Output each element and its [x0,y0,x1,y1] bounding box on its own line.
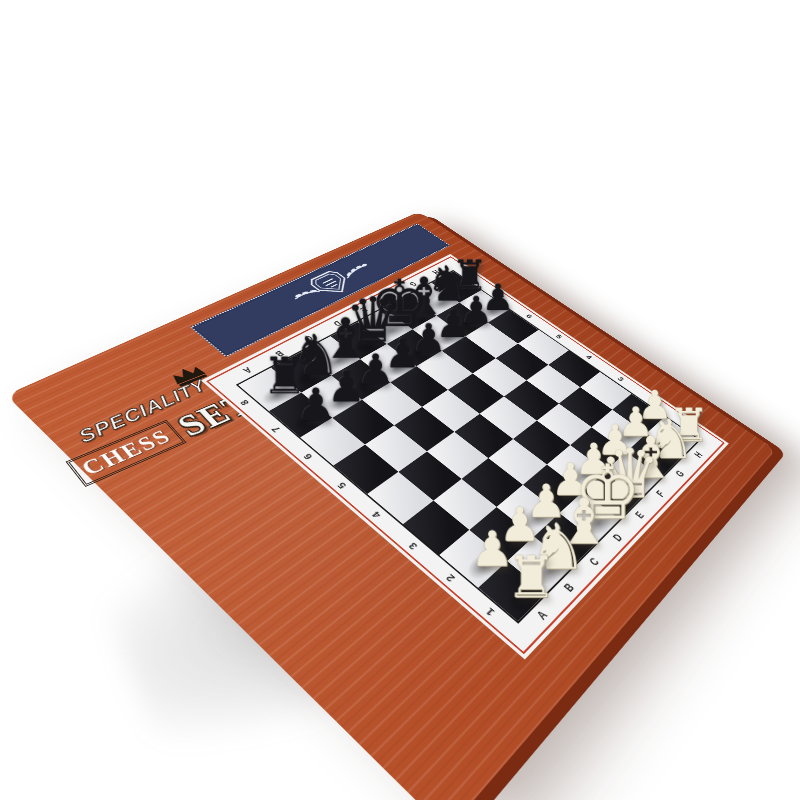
piece-black-pawn-a7[interactable]: ♟ [296,383,336,427]
square-c4[interactable] [427,432,488,479]
piece-white-rook-a1[interactable]: ♜ [505,549,557,607]
square-d4[interactable] [454,414,513,458]
chess-board-mat: SPECIALITY CHESS SET [6,212,776,800]
perspective-scene: SPECIALITY CHESS SET [60,63,740,743]
brand-block: SPECIALITY CHESS SET [47,370,261,491]
product-photo-scene: SPECIALITY CHESS SET [60,63,740,743]
